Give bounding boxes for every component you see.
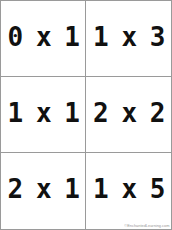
multiplication-expression: 2 x 1: [8, 176, 79, 202]
flash-card: 1 x 1: [1, 77, 86, 153]
flash-card: 0 x 1: [1, 1, 86, 77]
watermark-credit: ©EnchantedLearning.com: [124, 224, 169, 228]
multiplication-expression: 1 x 5: [93, 176, 164, 202]
multiplication-expression: 1 x 3: [93, 24, 164, 50]
multiplication-expression: 0 x 1: [8, 24, 79, 50]
flash-card: 1 x 5: [86, 153, 171, 229]
flash-card-sheet: 0 x 1 1 x 3 1 x 1 2 x 2 2 x 1 1 x 5 ©Enc…: [0, 0, 172, 230]
flash-card: 1 x 3: [86, 1, 171, 77]
flash-card: 2 x 1: [1, 153, 86, 229]
flash-card: 2 x 2: [86, 77, 171, 153]
multiplication-expression: 1 x 1: [8, 100, 79, 126]
multiplication-expression: 2 x 2: [93, 100, 164, 126]
